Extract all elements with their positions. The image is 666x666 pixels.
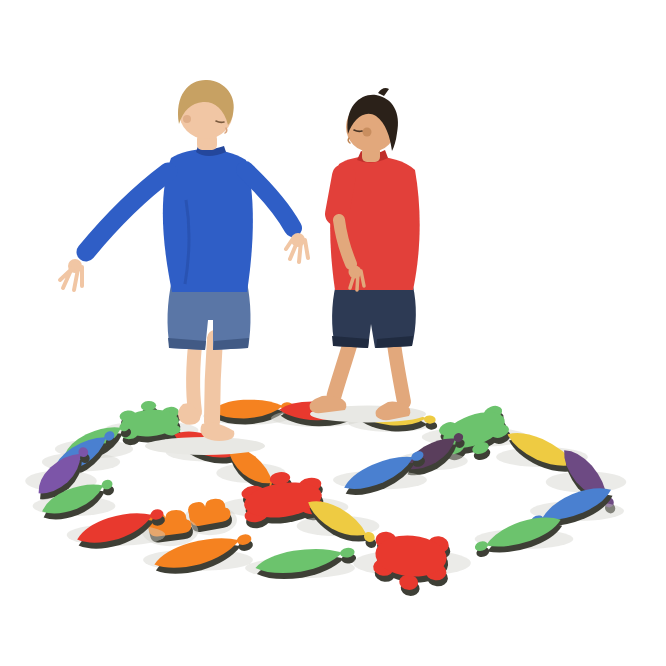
course-piece-beam-green-bottom	[245, 541, 358, 584]
child-left-arm-left	[86, 172, 168, 252]
child-left-ear	[183, 115, 191, 123]
child-right-back-leg	[394, 344, 404, 402]
child-right-sleeve	[337, 176, 344, 214]
child-right-front-leg	[334, 344, 350, 396]
child-right-ear	[363, 128, 372, 137]
child-left-hand-right-fingers	[286, 237, 308, 262]
photo-stage	[0, 0, 666, 666]
child-left-front-leg	[212, 338, 215, 422]
child-left-hand-left-fingers	[60, 266, 82, 290]
product-photo	[0, 0, 666, 666]
child-right-red-shirt	[310, 88, 426, 422]
scene-canvas	[0, 0, 666, 666]
child-left-blue-shirt	[60, 80, 308, 455]
course-piece-beam-blue-diagonal	[333, 445, 429, 503]
child-left-shadow	[145, 437, 265, 455]
child-right-hair-tuft	[378, 88, 389, 96]
balance-course	[25, 397, 626, 599]
